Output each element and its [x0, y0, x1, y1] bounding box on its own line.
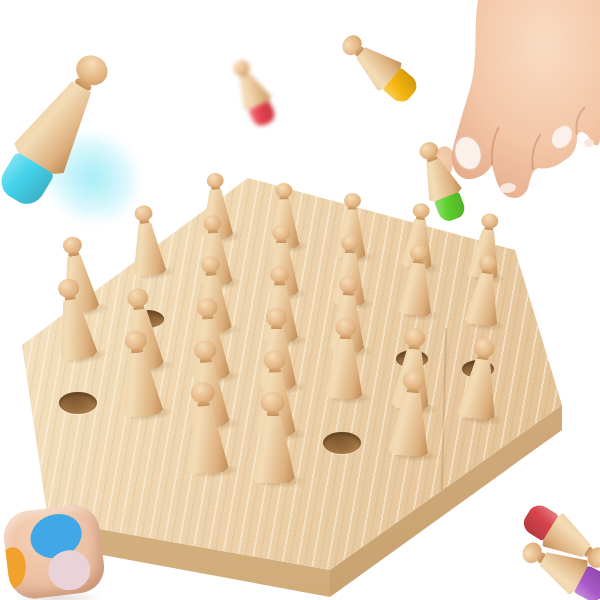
color-die[interactable]: [1, 502, 107, 600]
peg-body: [252, 415, 295, 483]
wooden-peg[interactable]: [181, 380, 229, 474]
peg-body: [464, 271, 503, 327]
wooden-peg[interactable]: [325, 318, 365, 400]
pinky-fingernail: [584, 139, 594, 147]
peg-head: [261, 391, 285, 412]
memory-chess-scene: [0, 0, 600, 600]
peg-body: [183, 404, 229, 474]
peg-head: [263, 350, 285, 370]
die-body: [1, 502, 107, 600]
peg-body: [388, 391, 432, 458]
empty-hole[interactable]: [59, 392, 97, 414]
hand[interactable]: [393, 0, 600, 258]
wooden-peg[interactable]: [388, 369, 434, 458]
peg-body: [325, 338, 364, 399]
peg-body: [117, 350, 163, 418]
peg-body: [398, 261, 435, 316]
wooden-peg[interactable]: [251, 391, 295, 483]
empty-hole[interactable]: [323, 432, 361, 454]
peg-neck: [266, 410, 279, 416]
peg-body: [457, 357, 501, 421]
